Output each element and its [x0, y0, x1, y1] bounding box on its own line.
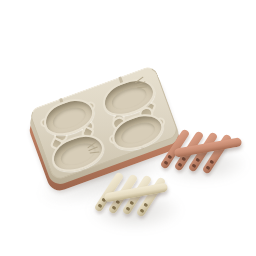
- stick-hole: [206, 165, 211, 170]
- stick-hole: [112, 205, 117, 210]
- product-photo: Product photo on a white background: a b…: [0, 0, 256, 256]
- stick-hole: [140, 208, 145, 213]
- stick-hole: [209, 159, 214, 164]
- stick-hole: [164, 160, 169, 165]
- stick-hole: [192, 163, 197, 168]
- stick-hole: [178, 162, 183, 167]
- stick-hole: [195, 157, 200, 162]
- stick-hole: [98, 203, 103, 208]
- stick-hole: [129, 200, 134, 205]
- stick-hole: [126, 206, 131, 211]
- cavity-floor: [118, 119, 157, 148]
- stick-hole: [167, 154, 172, 159]
- stick-hole: [143, 202, 148, 207]
- cream-stick-set: [95, 170, 183, 236]
